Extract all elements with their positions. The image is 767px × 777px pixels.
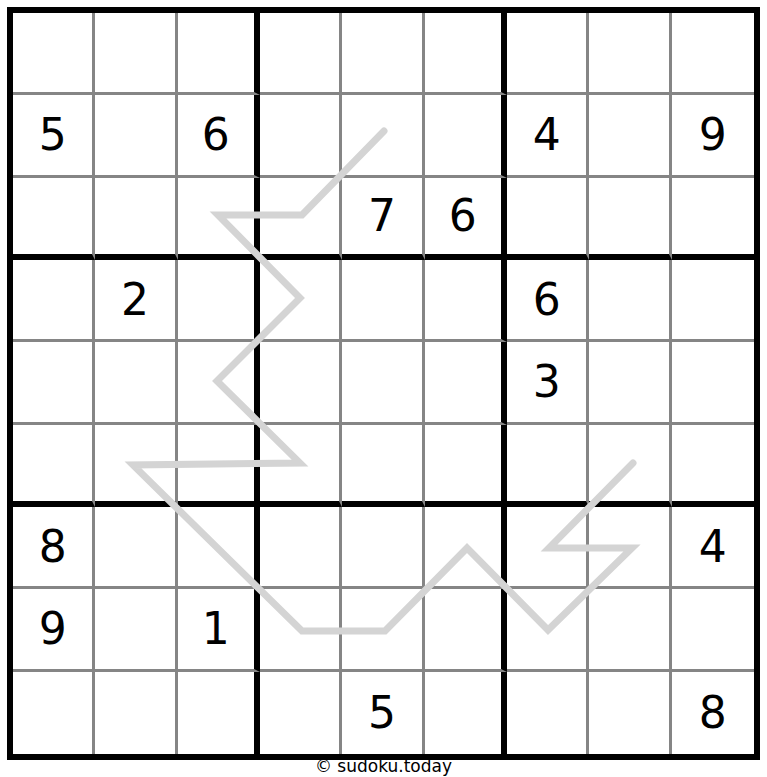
cell-r8c4[interactable] [260,589,342,671]
cell-r9c5: 5 [342,672,424,754]
cell-r6c6[interactable] [425,425,507,507]
cell-r8c8[interactable] [589,589,671,671]
cell-r7c6[interactable] [425,507,507,589]
cell-r2c3: 6 [178,95,260,177]
cell-r9c9: 8 [672,672,754,754]
cell-r2c9: 9 [672,95,754,177]
cell-r6c1[interactable] [13,425,95,507]
cell-r8c9[interactable] [672,589,754,671]
cell-r7c1: 8 [13,507,95,589]
cell-r1c6[interactable] [425,13,507,95]
cell-r1c4[interactable] [260,13,342,95]
cell-r7c9: 4 [672,507,754,589]
cell-r8c5[interactable] [342,589,424,671]
cell-r7c4[interactable] [260,507,342,589]
sudoku-page: 564976263849158 © sudoku.today [0,0,767,777]
cell-r1c7[interactable] [507,13,589,95]
cell-r2c7: 4 [507,95,589,177]
cell-r5c3[interactable] [178,342,260,424]
cell-r3c1[interactable] [13,178,95,260]
cell-r1c1[interactable] [13,13,95,95]
copyright-caption: © sudoku.today [0,756,767,776]
cell-r3c5: 7 [342,178,424,260]
cell-r4c1[interactable] [13,260,95,342]
cell-r5c9[interactable] [672,342,754,424]
cell-r9c3[interactable] [178,672,260,754]
cell-r8c7[interactable] [507,589,589,671]
cell-r1c3[interactable] [178,13,260,95]
cell-r5c8[interactable] [589,342,671,424]
cell-r3c9[interactable] [672,178,754,260]
cell-r2c8[interactable] [589,95,671,177]
cell-r5c5[interactable] [342,342,424,424]
cell-r3c4[interactable] [260,178,342,260]
cell-r2c2[interactable] [95,95,177,177]
cell-r5c7: 3 [507,342,589,424]
cell-r9c7[interactable] [507,672,589,754]
cell-r6c7[interactable] [507,425,589,507]
cell-r1c8[interactable] [589,13,671,95]
cell-r4c2: 2 [95,260,177,342]
cell-r7c5[interactable] [342,507,424,589]
cell-r6c8[interactable] [589,425,671,507]
cell-r7c2[interactable] [95,507,177,589]
cell-r8c1: 9 [13,589,95,671]
cell-r2c4[interactable] [260,95,342,177]
cell-r9c1[interactable] [13,672,95,754]
cell-r9c8[interactable] [589,672,671,754]
cell-r8c3: 1 [178,589,260,671]
cell-r6c4[interactable] [260,425,342,507]
cell-r2c1: 5 [13,95,95,177]
cell-r2c6[interactable] [425,95,507,177]
cell-r1c9[interactable] [672,13,754,95]
cell-r5c4[interactable] [260,342,342,424]
cell-r8c6[interactable] [425,589,507,671]
cell-r7c3[interactable] [178,507,260,589]
cell-r5c6[interactable] [425,342,507,424]
cell-r6c3[interactable] [178,425,260,507]
cell-r6c2[interactable] [95,425,177,507]
cell-r4c8[interactable] [589,260,671,342]
cell-r3c8[interactable] [589,178,671,260]
sudoku-board: 564976263849158 [7,7,760,760]
cell-r6c5[interactable] [342,425,424,507]
cell-r9c2[interactable] [95,672,177,754]
cell-r4c5[interactable] [342,260,424,342]
cell-r5c2[interactable] [95,342,177,424]
cell-r1c5[interactable] [342,13,424,95]
cell-r3c6: 6 [425,178,507,260]
cell-r3c7[interactable] [507,178,589,260]
cell-r4c3[interactable] [178,260,260,342]
cell-r6c9[interactable] [672,425,754,507]
cell-r4c7: 6 [507,260,589,342]
cell-r4c4[interactable] [260,260,342,342]
cell-r3c2[interactable] [95,178,177,260]
cell-r1c2[interactable] [95,13,177,95]
cell-r9c4[interactable] [260,672,342,754]
cell-r2c5[interactable] [342,95,424,177]
cell-r4c9[interactable] [672,260,754,342]
cell-r7c7[interactable] [507,507,589,589]
cell-r8c2[interactable] [95,589,177,671]
cell-r5c1[interactable] [13,342,95,424]
cell-r9c6[interactable] [425,672,507,754]
cell-r3c3[interactable] [178,178,260,260]
cell-r4c6[interactable] [425,260,507,342]
cell-r7c8[interactable] [589,507,671,589]
